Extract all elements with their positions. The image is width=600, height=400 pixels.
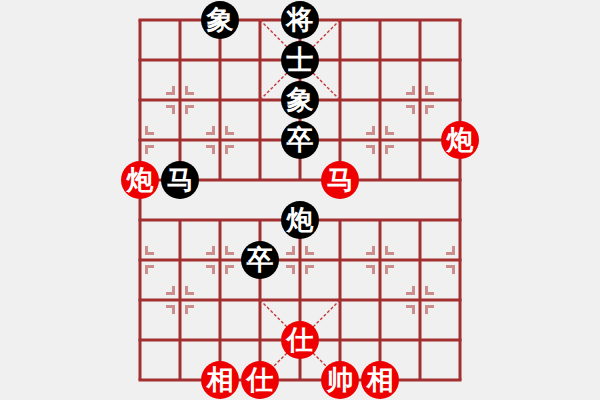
piece-black-cannon[interactable]: 炮 (281, 201, 319, 239)
piece-black-advisor[interactable]: 士 (281, 41, 319, 79)
piece-red-advisor[interactable]: 仕 (281, 321, 319, 359)
piece-black-elephant[interactable]: 象 (201, 1, 239, 39)
piece-black-pawn[interactable]: 卒 (281, 121, 319, 159)
piece-red-horse[interactable]: 马 (321, 161, 359, 199)
xiangqi-board-pieces[interactable]: 象将士象卒炮炮马马炮卒仕相仕帅相 (0, 0, 600, 400)
piece-black-pawn[interactable]: 卒 (241, 241, 279, 279)
piece-black-king[interactable]: 将 (281, 1, 319, 39)
piece-red-king[interactable]: 帅 (321, 361, 359, 399)
piece-red-cannon[interactable]: 炮 (121, 161, 159, 199)
piece-red-elephant[interactable]: 相 (201, 361, 239, 399)
xiangqi-app: 象将士象卒炮炮马马炮卒仕相仕帅相 (0, 0, 600, 400)
piece-black-elephant[interactable]: 象 (281, 81, 319, 119)
piece-black-horse[interactable]: 马 (161, 161, 199, 199)
piece-red-elephant[interactable]: 相 (361, 361, 399, 399)
piece-red-cannon[interactable]: 炮 (441, 121, 479, 159)
piece-red-advisor[interactable]: 仕 (241, 361, 279, 399)
